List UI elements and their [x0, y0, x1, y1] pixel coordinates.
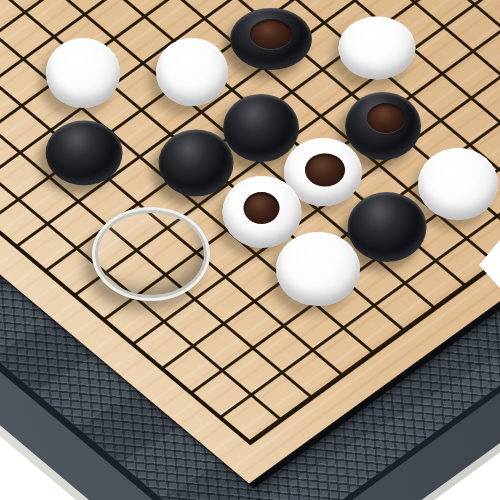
stone-black	[223, 94, 299, 162]
stone-black	[348, 192, 427, 262]
stone-black-magnet	[230, 8, 312, 70]
pieces-layer	[0, 0, 500, 500]
stone-black	[159, 130, 234, 197]
stone-white	[46, 38, 120, 108]
stone-white-magnet	[223, 176, 302, 248]
magnet-core	[243, 192, 279, 224]
stone-white	[339, 17, 416, 80]
magnet-core	[367, 103, 405, 133]
stone-black-magnet	[345, 92, 421, 160]
go-set-product-photo	[0, 0, 500, 500]
magnet-core	[305, 154, 345, 187]
metal-disc	[92, 207, 210, 301]
stone-white	[156, 38, 228, 106]
stone-black	[46, 121, 123, 186]
stone-white	[418, 148, 498, 220]
stone-white	[276, 232, 360, 306]
magnet-core	[250, 19, 292, 49]
